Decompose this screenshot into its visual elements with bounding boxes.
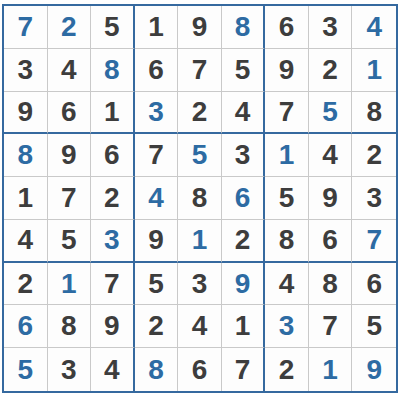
cell-r7c7[interactable]: 4 xyxy=(265,263,309,306)
cell-r6c8[interactable]: 6 xyxy=(309,220,353,263)
cell-r7c4[interactable]: 5 xyxy=(135,263,179,306)
cell-r4c5[interactable]: 5 xyxy=(178,134,222,177)
cell-r9c4[interactable]: 8 xyxy=(135,348,179,391)
cell-r5c7[interactable]: 5 xyxy=(265,177,309,220)
cell-r3c7[interactable]: 7 xyxy=(265,92,309,135)
cell-r7c1[interactable]: 2 xyxy=(4,263,48,306)
cell-r2c3[interactable]: 8 xyxy=(91,49,135,92)
cell-r6c1[interactable]: 4 xyxy=(4,220,48,263)
cell-r5c4[interactable]: 4 xyxy=(135,177,179,220)
cell-r2c5[interactable]: 7 xyxy=(178,49,222,92)
cell-r4c2[interactable]: 9 xyxy=(48,134,92,177)
cell-r1c6[interactable]: 8 xyxy=(222,6,266,49)
cell-r2c1[interactable]: 3 xyxy=(4,49,48,92)
cell-r3c3[interactable]: 1 xyxy=(91,92,135,135)
cell-r5c1[interactable]: 1 xyxy=(4,177,48,220)
cell-r1c4[interactable]: 1 xyxy=(135,6,179,49)
cell-r5c3[interactable]: 2 xyxy=(91,177,135,220)
cell-r4c4[interactable]: 7 xyxy=(135,134,179,177)
cell-r1c9[interactable]: 4 xyxy=(352,6,396,49)
cell-r1c7[interactable]: 6 xyxy=(265,6,309,49)
cell-r8c8[interactable]: 7 xyxy=(309,305,353,348)
cell-r8c2[interactable]: 8 xyxy=(48,305,92,348)
cell-r5c9[interactable]: 3 xyxy=(352,177,396,220)
cell-r9c7[interactable]: 2 xyxy=(265,348,309,391)
cell-r2c9[interactable]: 1 xyxy=(352,49,396,92)
cell-r4c7[interactable]: 1 xyxy=(265,134,309,177)
cell-r8c6[interactable]: 1 xyxy=(222,305,266,348)
cell-r4c9[interactable]: 2 xyxy=(352,134,396,177)
sudoku-board: 7251986343486759219613247588967531421724… xyxy=(2,4,398,393)
cell-r1c5[interactable]: 9 xyxy=(178,6,222,49)
cell-r6c6[interactable]: 2 xyxy=(222,220,266,263)
cell-r4c6[interactable]: 3 xyxy=(222,134,266,177)
cell-r3c9[interactable]: 8 xyxy=(352,92,396,135)
cell-r5c8[interactable]: 9 xyxy=(309,177,353,220)
cell-r5c2[interactable]: 7 xyxy=(48,177,92,220)
cell-r2c6[interactable]: 5 xyxy=(222,49,266,92)
cell-r6c2[interactable]: 5 xyxy=(48,220,92,263)
cell-r8c3[interactable]: 9 xyxy=(91,305,135,348)
cell-r9c2[interactable]: 3 xyxy=(48,348,92,391)
cell-r1c8[interactable]: 3 xyxy=(309,6,353,49)
cell-r4c1[interactable]: 8 xyxy=(4,134,48,177)
cell-r6c3[interactable]: 3 xyxy=(91,220,135,263)
cell-r5c6[interactable]: 6 xyxy=(222,177,266,220)
cell-r9c5[interactable]: 6 xyxy=(178,348,222,391)
cell-r1c1[interactable]: 7 xyxy=(4,6,48,49)
cell-r8c5[interactable]: 4 xyxy=(178,305,222,348)
cell-r9c3[interactable]: 4 xyxy=(91,348,135,391)
cell-r3c1[interactable]: 9 xyxy=(4,92,48,135)
cell-r3c2[interactable]: 6 xyxy=(48,92,92,135)
cell-r7c9[interactable]: 6 xyxy=(352,263,396,306)
cell-r8c4[interactable]: 2 xyxy=(135,305,179,348)
cell-r3c5[interactable]: 2 xyxy=(178,92,222,135)
cell-r9c1[interactable]: 5 xyxy=(4,348,48,391)
cell-r6c4[interactable]: 9 xyxy=(135,220,179,263)
cell-r7c8[interactable]: 8 xyxy=(309,263,353,306)
cell-r6c7[interactable]: 8 xyxy=(265,220,309,263)
cell-r4c8[interactable]: 4 xyxy=(309,134,353,177)
cell-r7c3[interactable]: 7 xyxy=(91,263,135,306)
cell-r6c9[interactable]: 7 xyxy=(352,220,396,263)
cell-r7c6[interactable]: 9 xyxy=(222,263,266,306)
cell-r4c3[interactable]: 6 xyxy=(91,134,135,177)
cell-r5c5[interactable]: 8 xyxy=(178,177,222,220)
cell-r7c5[interactable]: 3 xyxy=(178,263,222,306)
cell-r3c4[interactable]: 3 xyxy=(135,92,179,135)
cell-r2c7[interactable]: 9 xyxy=(265,49,309,92)
cell-r7c2[interactable]: 1 xyxy=(48,263,92,306)
cell-r8c7[interactable]: 3 xyxy=(265,305,309,348)
cell-r3c8[interactable]: 5 xyxy=(309,92,353,135)
cell-r8c1[interactable]: 6 xyxy=(4,305,48,348)
cell-r1c3[interactable]: 5 xyxy=(91,6,135,49)
cell-r2c8[interactable]: 2 xyxy=(309,49,353,92)
cell-r1c2[interactable]: 2 xyxy=(48,6,92,49)
cell-r2c4[interactable]: 6 xyxy=(135,49,179,92)
cell-r6c5[interactable]: 1 xyxy=(178,220,222,263)
cell-r2c2[interactable]: 4 xyxy=(48,49,92,92)
cell-r3c6[interactable]: 4 xyxy=(222,92,266,135)
cell-r9c8[interactable]: 1 xyxy=(309,348,353,391)
cell-r9c6[interactable]: 7 xyxy=(222,348,266,391)
cell-r8c9[interactable]: 5 xyxy=(352,305,396,348)
cell-r9c9[interactable]: 9 xyxy=(352,348,396,391)
